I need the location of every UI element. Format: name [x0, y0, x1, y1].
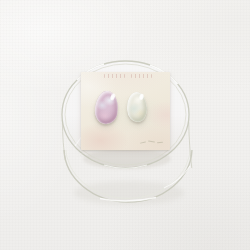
handwriting-stroke: [140, 141, 146, 144]
specular-highlight: [110, 93, 116, 101]
stamp-word-right: [131, 74, 152, 78]
earring-card: [81, 72, 170, 150]
handwriting-stroke: [148, 141, 155, 143]
handwritten-mark: [139, 139, 165, 148]
brand-stamp-text: [104, 73, 152, 79]
earring-right-clear: [126, 91, 148, 122]
specular-highlight: [138, 93, 143, 100]
earring-left-pink: [94, 90, 119, 125]
handwriting-stroke: [157, 142, 163, 144]
stamp-word-left: [104, 74, 125, 78]
product-photo: Two iridescent glass stud earrings on a …: [0, 0, 250, 250]
